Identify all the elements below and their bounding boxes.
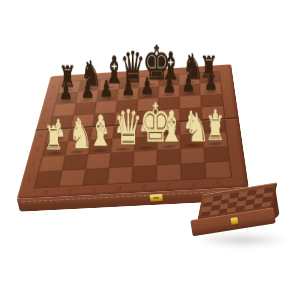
board-top-surface: ♜♞♝♛♚♝♞♜♟♟♟♟♟♟♟♟♟♟♟♟♟♟♟♟♜♞♝♛♚♝♞♜ 8765432… [17,64,249,199]
board-square-c8: ♝ [98,78,119,90]
piece-black-bishop: ♝ [103,52,117,89]
piece-black-knight: ♞ [81,56,97,91]
board-squares: ♜♞♝♛♚♝♞♜♟♟♟♟♟♟♟♟♟♟♟♟♟♟♟♟♜♞♝♛♚♝♞♜ [35,72,231,188]
board-square-d3: ♛ [111,137,135,152]
rank-label: 3 [34,147,40,152]
board-square-f3: ♝ [157,135,180,151]
rank-label: 7 [48,97,53,101]
piece-black-king: ♚ [142,40,156,87]
file-label: b [67,189,73,195]
file-label: f [166,183,169,188]
board-square-b1 [59,169,86,186]
rank-label: 5 [41,121,46,125]
closed-chess-box [192,190,292,252]
board-square-f1 [156,164,181,181]
file-label: e [141,185,146,191]
piece-contact-shadow [70,135,89,140]
board-square-d5 [114,111,137,125]
clasp-notch [154,197,160,199]
board-square-b2 [62,154,88,170]
box-brass-clasp-icon [230,217,238,225]
board-square-f4: ♟ [158,121,181,136]
piece-black-queen: ♛ [120,46,137,88]
board-square-h3: ♜ [203,132,228,148]
board-square-e1 [132,165,157,182]
board-square-c3: ♝ [88,139,113,154]
board-square-f2 [157,149,181,165]
piece-black-bishop: ♝ [159,48,176,85]
piece-black-knight: ♞ [182,49,197,84]
board-square-a2 [39,156,65,172]
rank-label: 4 [38,134,44,139]
chess-set-product-photo: ♜♞♝♛♚♝♞♜♟♟♟♟♟♟♟♟♟♟♟♟♟♟♟♟♜♞♝♛♚♝♞♜ 8765432… [0,0,292,292]
board-square-d1 [107,167,133,184]
rank-label: 2 [30,162,36,167]
board-square-g1 [181,163,206,180]
file-label: g [191,182,196,188]
file-label: a [43,190,49,196]
board-square-b3: ♞ [65,140,90,155]
board-square-g3: ♞ [180,133,204,149]
board-square-h2 [204,146,229,162]
board-square-c2 [86,153,111,169]
board-square-d2 [109,152,134,168]
file-label: c [92,187,97,193]
brass-clasp-icon [150,194,163,202]
board-square-h1 [205,161,231,178]
file-label: d [116,186,121,192]
board-square-c1 [83,168,109,185]
box-checker-square [261,201,271,207]
rank-label: 6 [44,109,49,113]
piece-contact-shadow [137,131,156,136]
board-square-h6 [200,94,222,107]
rank-label: 8 [51,86,56,90]
piece-contact-shadow [67,149,86,155]
open-chessboard: ♜♞♝♛♚♝♞♜♟♟♟♟♟♟♟♟♟♟♟♟♟♟♟♟♜♞♝♛♚♝♞♜ 8765432… [17,64,249,199]
piece-contact-shadow [182,129,201,134]
board-square-f8: ♝ [159,74,179,86]
board-square-g2 [180,148,204,164]
file-label: h [216,181,222,187]
rank-label: 1 [26,177,32,182]
board-square-e5 [136,110,158,124]
board-square-e3: ♚ [134,136,158,152]
board-square-d4: ♟ [113,124,136,139]
board-square-e2 [133,150,157,166]
